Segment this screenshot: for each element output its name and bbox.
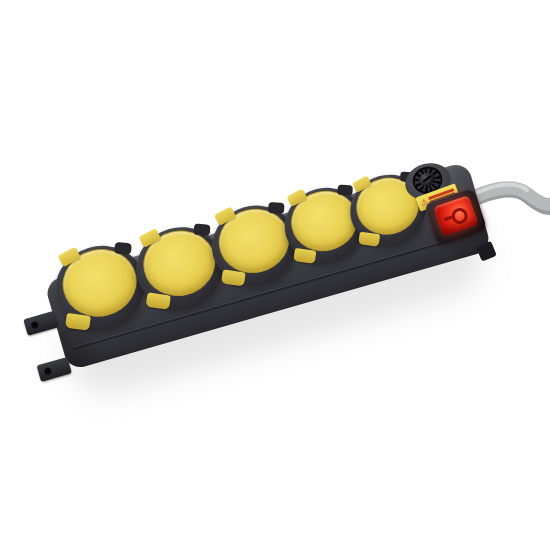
cover-lift-tab xyxy=(293,248,316,264)
switch-off-mark-icon xyxy=(450,206,470,226)
cover-lift-tab xyxy=(221,269,246,286)
cover-lift-tab xyxy=(146,292,171,309)
cover-lift-tab xyxy=(65,313,91,331)
product-photo: ⚠ xyxy=(0,0,550,550)
cover-lift-tab xyxy=(358,232,380,247)
